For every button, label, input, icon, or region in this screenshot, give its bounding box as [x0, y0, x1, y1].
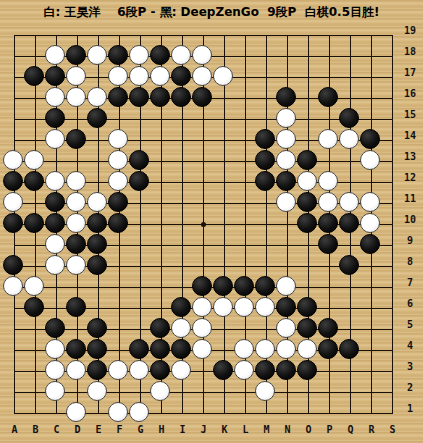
intersection-Q12 [339, 171, 360, 192]
intersection-A1 [3, 402, 24, 423]
intersection-J1 [192, 402, 213, 423]
intersection-J7 [192, 276, 213, 297]
intersection-H4 [150, 339, 171, 360]
white-stone [66, 66, 86, 86]
column-label-N: N [277, 424, 298, 435]
intersection-J9 [192, 234, 213, 255]
intersection-L10 [234, 213, 255, 234]
intersection-L3 [234, 360, 255, 381]
black-stone [171, 297, 191, 317]
intersection-B9 [24, 234, 45, 255]
intersection-D16 [66, 87, 87, 108]
intersection-P6 [318, 297, 339, 318]
intersection-Q2 [339, 381, 360, 402]
black-stone [276, 87, 296, 107]
black-stone [45, 66, 65, 86]
intersection-I14 [171, 129, 192, 150]
column-label-R: R [361, 424, 382, 435]
intersection-R17 [360, 66, 381, 87]
intersection-A17 [3, 66, 24, 87]
intersection-Q13 [339, 150, 360, 171]
white-stone [360, 192, 380, 212]
intersection-I19 [171, 24, 192, 45]
intersection-B14 [24, 129, 45, 150]
intersection-G16 [129, 87, 150, 108]
white-stone [150, 66, 170, 86]
white-stone [45, 339, 65, 359]
white-stone [360, 213, 380, 233]
intersection-J12 [192, 171, 213, 192]
row-label-4: 4 [398, 340, 422, 361]
intersection-L17 [234, 66, 255, 87]
intersection-I11 [171, 192, 192, 213]
black-stone [360, 129, 380, 149]
white-stone [45, 45, 65, 65]
intersection-O18 [297, 45, 318, 66]
intersection-K5 [213, 318, 234, 339]
column-label-P: P [319, 424, 340, 435]
go-board [3, 24, 402, 423]
black-stone [45, 192, 65, 212]
intersection-C6 [45, 297, 66, 318]
intersection-L7 [234, 276, 255, 297]
intersection-M2 [255, 381, 276, 402]
intersection-D19 [66, 24, 87, 45]
intersection-A11 [3, 192, 24, 213]
row-label-6: 6 [398, 298, 422, 319]
white-stone [255, 297, 275, 317]
intersection-R18 [360, 45, 381, 66]
intersection-R4 [360, 339, 381, 360]
white-stone [108, 66, 128, 86]
intersection-A16 [3, 87, 24, 108]
white-stone [45, 129, 65, 149]
black-stone [255, 171, 275, 191]
intersection-I10 [171, 213, 192, 234]
white-stone [129, 402, 149, 422]
intersection-O17 [297, 66, 318, 87]
intersection-P12 [318, 171, 339, 192]
intersection-L18 [234, 45, 255, 66]
intersection-E7 [87, 276, 108, 297]
intersection-C14 [45, 129, 66, 150]
intersection-O2 [297, 381, 318, 402]
intersection-D10 [66, 213, 87, 234]
column-label-D: D [67, 424, 88, 435]
intersection-F3 [108, 360, 129, 381]
white-stone [318, 129, 338, 149]
intersection-R14 [360, 129, 381, 150]
black-stone [45, 108, 65, 128]
intersection-F1 [108, 402, 129, 423]
white-stone [192, 45, 212, 65]
row-label-19: 19 [398, 25, 422, 46]
intersection-A5 [3, 318, 24, 339]
intersection-M14 [255, 129, 276, 150]
intersection-I9 [171, 234, 192, 255]
intersection-N7 [276, 276, 297, 297]
black-stone [171, 66, 191, 86]
intersection-I4 [171, 339, 192, 360]
intersection-Q11 [339, 192, 360, 213]
black-stone [150, 318, 170, 338]
intersection-G19 [129, 24, 150, 45]
intersection-H8 [150, 255, 171, 276]
intersection-R15 [360, 108, 381, 129]
intersection-A13 [3, 150, 24, 171]
intersection-H16 [150, 87, 171, 108]
row-label-18: 18 [398, 46, 422, 67]
white-stone [129, 66, 149, 86]
intersection-K1 [213, 402, 234, 423]
white-stone [66, 87, 86, 107]
intersection-B15 [24, 108, 45, 129]
intersection-H15 [150, 108, 171, 129]
black-stone [24, 213, 44, 233]
white-stone [213, 66, 233, 86]
intersection-J6 [192, 297, 213, 318]
white-stone [339, 192, 359, 212]
white-stone [87, 381, 107, 401]
row-label-14: 14 [398, 130, 422, 151]
intersection-A4 [3, 339, 24, 360]
intersection-H13 [150, 150, 171, 171]
row-label-10: 10 [398, 214, 422, 235]
intersection-A3 [3, 360, 24, 381]
column-label-M: M [256, 424, 277, 435]
intersection-R16 [360, 87, 381, 108]
white-stone [213, 297, 233, 317]
intersection-E14 [87, 129, 108, 150]
intersection-K16 [213, 87, 234, 108]
intersection-D11 [66, 192, 87, 213]
black-stone [87, 234, 107, 254]
black-stone [297, 213, 317, 233]
intersection-Q14 [339, 129, 360, 150]
intersection-H10 [150, 213, 171, 234]
intersection-F4 [108, 339, 129, 360]
column-label-L: L [235, 424, 256, 435]
black-stone [24, 297, 44, 317]
black-stone [3, 171, 23, 191]
intersection-F7 [108, 276, 129, 297]
intersection-G15 [129, 108, 150, 129]
white-stone [192, 339, 212, 359]
intersection-G2 [129, 381, 150, 402]
row-label-9: 9 [398, 235, 422, 256]
black-stone [255, 276, 275, 296]
intersection-O10 [297, 213, 318, 234]
black-stone [66, 234, 86, 254]
intersection-D6 [66, 297, 87, 318]
intersection-O1 [297, 402, 318, 423]
intersection-I12 [171, 171, 192, 192]
black-stone [24, 66, 44, 86]
intersection-O8 [297, 255, 318, 276]
white-stone [87, 192, 107, 212]
black-stone [213, 360, 233, 380]
intersection-D8 [66, 255, 87, 276]
black-stone [108, 45, 128, 65]
intersection-F11 [108, 192, 129, 213]
intersection-N10 [276, 213, 297, 234]
white-stone [66, 171, 86, 191]
white-stone [171, 360, 191, 380]
black-stone [171, 87, 191, 107]
intersection-Q17 [339, 66, 360, 87]
intersection-K6 [213, 297, 234, 318]
intersection-Q7 [339, 276, 360, 297]
intersection-E17 [87, 66, 108, 87]
intersection-C7 [45, 276, 66, 297]
white-stone [171, 45, 191, 65]
intersection-M10 [255, 213, 276, 234]
intersection-P16 [318, 87, 339, 108]
intersection-G5 [129, 318, 150, 339]
black-stone [318, 318, 338, 338]
black-stone [297, 192, 317, 212]
intersection-D15 [66, 108, 87, 129]
intersection-J10 [192, 213, 213, 234]
intersection-M5 [255, 318, 276, 339]
intersection-A14 [3, 129, 24, 150]
intersection-I8 [171, 255, 192, 276]
row-label-8: 8 [398, 256, 422, 277]
intersection-E10 [87, 213, 108, 234]
white-stone [108, 402, 128, 422]
row-label-3: 3 [398, 361, 422, 382]
white-stone [276, 339, 296, 359]
intersection-O11 [297, 192, 318, 213]
intersection-P3 [318, 360, 339, 381]
intersection-L2 [234, 381, 255, 402]
row-label-11: 11 [398, 193, 422, 214]
intersection-E16 [87, 87, 108, 108]
intersection-I2 [171, 381, 192, 402]
black-stone [150, 339, 170, 359]
white-stone [360, 150, 380, 170]
intersection-E8 [87, 255, 108, 276]
white-stone [234, 297, 254, 317]
white-stone [45, 381, 65, 401]
intersection-B19 [24, 24, 45, 45]
black-stone [192, 87, 212, 107]
black-stone [213, 276, 233, 296]
intersection-I1 [171, 402, 192, 423]
intersection-H12 [150, 171, 171, 192]
intersection-L1 [234, 402, 255, 423]
intersection-Q3 [339, 360, 360, 381]
black-stone [150, 45, 170, 65]
white-stone [276, 276, 296, 296]
intersection-J8 [192, 255, 213, 276]
intersection-R7 [360, 276, 381, 297]
intersection-B11 [24, 192, 45, 213]
white-stone [45, 234, 65, 254]
intersection-P9 [318, 234, 339, 255]
white-stone [45, 255, 65, 275]
black-stone [276, 360, 296, 380]
black-stone [66, 297, 86, 317]
intersection-D17 [66, 66, 87, 87]
intersection-O6 [297, 297, 318, 318]
intersection-G14 [129, 129, 150, 150]
intersection-E13 [87, 150, 108, 171]
white-stone [66, 255, 86, 275]
intersection-J4 [192, 339, 213, 360]
intersection-A9 [3, 234, 24, 255]
intersection-D2 [66, 381, 87, 402]
intersection-G4 [129, 339, 150, 360]
intersection-K3 [213, 360, 234, 381]
black-stone [150, 87, 170, 107]
intersection-E15 [87, 108, 108, 129]
white-stone [3, 192, 23, 212]
intersection-H14 [150, 129, 171, 150]
game-info-header: 白: 王昊洋 6段P - 黑: DeepZenGo 9段P 白棋0.5目胜! [0, 2, 423, 22]
white-stone [66, 360, 86, 380]
column-label-H: H [151, 424, 172, 435]
black-stone [297, 318, 317, 338]
white-stone [129, 360, 149, 380]
intersection-Q10 [339, 213, 360, 234]
intersection-Q4 [339, 339, 360, 360]
intersection-K4 [213, 339, 234, 360]
intersection-F14 [108, 129, 129, 150]
intersection-R11 [360, 192, 381, 213]
row-label-7: 7 [398, 277, 422, 298]
intersection-D9 [66, 234, 87, 255]
white-stone [66, 402, 86, 422]
intersection-I3 [171, 360, 192, 381]
intersection-R13 [360, 150, 381, 171]
intersection-N16 [276, 87, 297, 108]
intersection-R8 [360, 255, 381, 276]
black-stone [129, 171, 149, 191]
column-label-O: O [298, 424, 319, 435]
intersection-F17 [108, 66, 129, 87]
intersection-M19 [255, 24, 276, 45]
intersection-D14 [66, 129, 87, 150]
intersection-F10 [108, 213, 129, 234]
intersection-B4 [24, 339, 45, 360]
intersection-H18 [150, 45, 171, 66]
intersection-M12 [255, 171, 276, 192]
black-stone [66, 45, 86, 65]
intersection-D4 [66, 339, 87, 360]
intersection-Q18 [339, 45, 360, 66]
intersection-I16 [171, 87, 192, 108]
intersection-Q19 [339, 24, 360, 45]
intersection-B16 [24, 87, 45, 108]
intersection-I5 [171, 318, 192, 339]
white-stone [87, 87, 107, 107]
column-label-K: K [214, 424, 235, 435]
intersection-A15 [3, 108, 24, 129]
intersection-H19 [150, 24, 171, 45]
go-board-screenshot: 白: 王昊洋 6段P - 黑: DeepZenGo 9段P 白棋0.5目胜! A… [0, 0, 423, 443]
intersection-L9 [234, 234, 255, 255]
intersection-J3 [192, 360, 213, 381]
white-stone [192, 66, 212, 86]
column-label-B: B [25, 424, 46, 435]
intersection-C16 [45, 87, 66, 108]
intersection-J15 [192, 108, 213, 129]
black-stone [255, 360, 275, 380]
intersection-C19 [45, 24, 66, 45]
intersection-K13 [213, 150, 234, 171]
white-stone [318, 171, 338, 191]
intersection-P2 [318, 381, 339, 402]
intersection-R12 [360, 171, 381, 192]
intersection-M7 [255, 276, 276, 297]
intersection-H7 [150, 276, 171, 297]
white-stone [276, 108, 296, 128]
black-stone [108, 213, 128, 233]
intersection-L8 [234, 255, 255, 276]
intersection-M9 [255, 234, 276, 255]
column-label-J: J [193, 424, 214, 435]
column-label-A: A [4, 424, 25, 435]
intersection-O15 [297, 108, 318, 129]
white-stone [192, 318, 212, 338]
intersection-G17 [129, 66, 150, 87]
intersection-E19 [87, 24, 108, 45]
intersection-J13 [192, 150, 213, 171]
intersection-B17 [24, 66, 45, 87]
intersection-F12 [108, 171, 129, 192]
intersection-N2 [276, 381, 297, 402]
intersection-P8 [318, 255, 339, 276]
intersection-N9 [276, 234, 297, 255]
intersection-L15 [234, 108, 255, 129]
intersection-G11 [129, 192, 150, 213]
intersection-F8 [108, 255, 129, 276]
white-stone [3, 276, 23, 296]
intersection-J11 [192, 192, 213, 213]
intersection-P14 [318, 129, 339, 150]
intersection-Q15 [339, 108, 360, 129]
intersection-M11 [255, 192, 276, 213]
white-stone [24, 150, 44, 170]
column-label-S: S [382, 424, 403, 435]
black-stone [192, 276, 212, 296]
intersection-M17 [255, 66, 276, 87]
black-stone [24, 171, 44, 191]
intersection-A18 [3, 45, 24, 66]
white-stone [297, 339, 317, 359]
intersection-P4 [318, 339, 339, 360]
black-stone [87, 255, 107, 275]
intersection-G7 [129, 276, 150, 297]
intersection-N12 [276, 171, 297, 192]
intersection-H3 [150, 360, 171, 381]
intersection-I15 [171, 108, 192, 129]
intersection-J19 [192, 24, 213, 45]
white-stone [150, 381, 170, 401]
intersection-R2 [360, 381, 381, 402]
intersection-F15 [108, 108, 129, 129]
white-stone [108, 360, 128, 380]
intersection-L19 [234, 24, 255, 45]
white-stone [318, 192, 338, 212]
black-stone [3, 255, 23, 275]
intersection-L4 [234, 339, 255, 360]
row-label-16: 16 [398, 88, 422, 109]
black-stone [129, 87, 149, 107]
intersection-Q8 [339, 255, 360, 276]
white-stone [66, 192, 86, 212]
